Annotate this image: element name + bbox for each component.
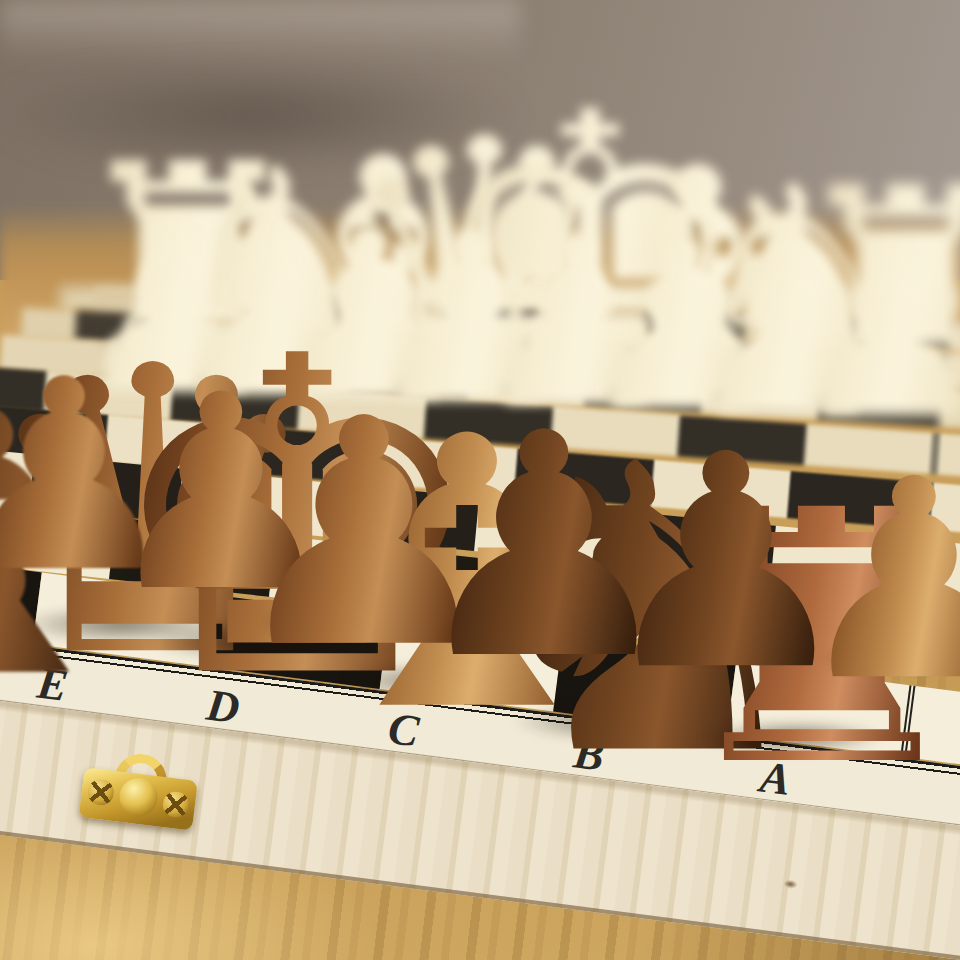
photo-scene: EDCBA ♜♞♝♛♚♝♞♜♟♟♟♟♟♟♟♟ ♝♛♚♝♞♜♟♟♟♟♟♟ — [0, 0, 960, 960]
chess-board: EDCBA ♜♞♝♛♚♝♞♜♟♟♟♟♟♟♟♟ ♝♛♚♝♞♜♟♟♟♟♟♟ — [0, 0, 960, 960]
dark-pawn-a7: ♟ — [790, 443, 960, 719]
